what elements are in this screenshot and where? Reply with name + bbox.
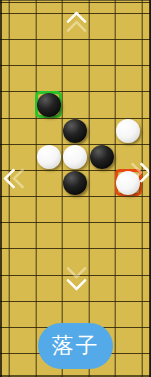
screen-edge — [0, 0, 2, 377]
screen-edge — [149, 0, 151, 377]
game-screen: 落子 — [0, 0, 150, 377]
screen-edge — [0, 0, 150, 1]
black-stone — [90, 145, 114, 169]
confirm-move-button[interactable]: 落子 — [38, 323, 113, 369]
white-stone — [37, 145, 61, 169]
white-stone — [116, 119, 140, 143]
black-stone — [63, 119, 87, 143]
black-stone — [63, 171, 87, 195]
white-stone — [63, 145, 87, 169]
black-stone — [37, 93, 61, 117]
